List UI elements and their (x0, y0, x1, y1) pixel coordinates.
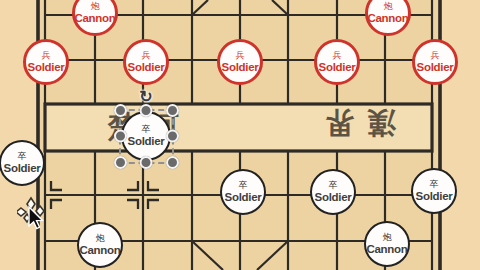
piece-red-soldier-e[interactable]: 兵Soldier (217, 39, 263, 85)
piece-zh-label: 卒 (18, 152, 27, 161)
selection-box[interactable]: ↻ 卒 Soldier (119, 109, 174, 164)
piece-red-soldier-i[interactable]: 兵Soldier (412, 39, 458, 85)
piece-en-label: Soldier (315, 192, 352, 204)
piece-black-cannon-b[interactable]: 炮Cannon (77, 222, 123, 268)
selection-handle-ne[interactable] (166, 104, 179, 117)
piece-zh-label: 卒 (142, 125, 151, 134)
piece-en-label: Soldier (128, 136, 165, 148)
piece-en-label: Cannon (368, 13, 409, 25)
piece-en-label: Cannon (80, 245, 121, 257)
piece-black-soldier-offboard[interactable]: 卒Soldier (0, 140, 45, 186)
selection-handle-se[interactable] (166, 156, 179, 169)
piece-zh-label: 兵 (333, 51, 342, 60)
piece-black-soldier-e[interactable]: 卒Soldier (220, 169, 266, 215)
piece-zh-label: 卒 (329, 181, 338, 190)
piece-en-label: Cannon (367, 244, 408, 256)
piece-black-soldier-selected[interactable]: 卒 Soldier (121, 111, 171, 161)
selection-handle-sw[interactable] (114, 156, 127, 169)
piece-zh-label: 卒 (239, 181, 248, 190)
mouse-cursor-icon (17, 196, 63, 240)
piece-black-soldier-i[interactable]: 卒Soldier (411, 168, 457, 214)
piece-zh-label: 卒 (430, 180, 439, 189)
piece-en-label: Soldier (28, 62, 65, 74)
piece-zh-label: 炮 (96, 234, 105, 243)
piece-black-soldier-g[interactable]: 卒Soldier (310, 169, 356, 215)
selection-handle-n[interactable] (140, 104, 153, 117)
piece-red-soldier-c[interactable]: 兵Soldier (123, 39, 169, 85)
piece-zh-label: 炮 (384, 2, 393, 11)
piece-en-label: Soldier (4, 163, 41, 175)
river-text-right: 漢界 (312, 108, 396, 137)
selection-handle-nw[interactable] (114, 104, 127, 117)
piece-en-label: Soldier (128, 62, 165, 74)
selection-handle-s[interactable] (140, 156, 153, 169)
piece-zh-label: 兵 (236, 51, 245, 60)
piece-en-label: Soldier (319, 62, 356, 74)
piece-zh-label: 兵 (431, 51, 440, 60)
selection-handle-e[interactable] (166, 130, 179, 143)
piece-en-label: Soldier (222, 62, 259, 74)
selection-handle-w[interactable] (114, 130, 127, 143)
piece-en-label: Soldier (417, 62, 454, 74)
piece-zh-label: 兵 (142, 51, 151, 60)
slide-stage: 楚河 漢界 炮Cannon炮Cannon兵Soldier兵Soldier兵Sol… (0, 0, 480, 270)
piece-zh-label: 炮 (91, 2, 100, 11)
piece-zh-label: 兵 (42, 51, 51, 60)
piece-red-soldier-a[interactable]: 兵Soldier (23, 39, 69, 85)
piece-red-soldier-g[interactable]: 兵Soldier (314, 39, 360, 85)
piece-en-label: Cannon (75, 13, 116, 25)
piece-zh-label: 炮 (383, 233, 392, 242)
piece-en-label: Soldier (416, 191, 453, 203)
piece-black-cannon-h[interactable]: 炮Cannon (364, 221, 410, 267)
piece-en-label: Soldier (225, 192, 262, 204)
